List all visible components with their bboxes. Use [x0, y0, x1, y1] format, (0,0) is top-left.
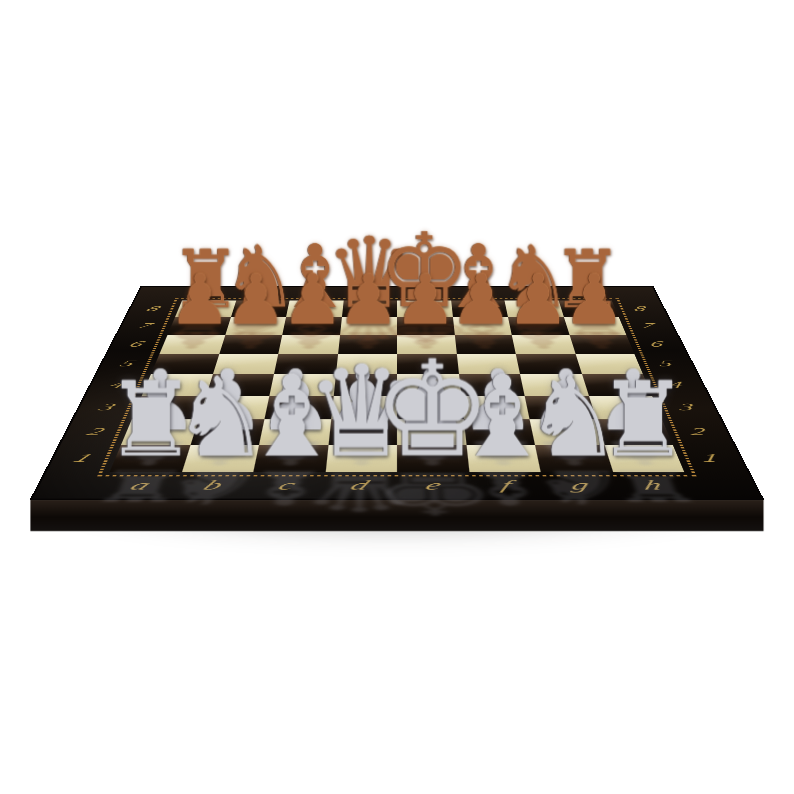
square-g7[interactable]	[508, 317, 569, 335]
square-g8[interactable]	[504, 300, 563, 317]
square-h8[interactable]	[558, 300, 619, 317]
chess-piece-glyph: ♜	[563, 369, 723, 472]
piece-reflection: ♜	[565, 464, 748, 508]
square-h7[interactable]	[563, 317, 626, 335]
square-c8[interactable]	[286, 300, 343, 317]
rank-label-7-right: 7	[642, 322, 655, 329]
square-f8[interactable]	[451, 300, 508, 317]
square-b8[interactable]	[231, 300, 290, 317]
square-a8[interactable]	[175, 300, 236, 317]
chess-board: abcdefgh abcdefgh 12345678 12345678 ♜♜♞♞…	[33, 287, 761, 499]
square-e8[interactable]	[397, 300, 452, 317]
studio-scene: abcdefgh abcdefgh 12345678 12345678 ♜♜♞♞…	[0, 0, 794, 794]
rank-label-6-right: 6	[650, 340, 664, 348]
square-d8[interactable]	[342, 300, 397, 317]
square-c7[interactable]	[282, 317, 341, 335]
rank-label-8-right: 8	[634, 305, 647, 312]
square-b7[interactable]	[225, 317, 286, 335]
chess-board-3d-wrap: abcdefgh abcdefgh 12345678 12345678 ♜♜♞♞…	[33, 287, 761, 499]
square-a7[interactable]	[168, 317, 231, 335]
